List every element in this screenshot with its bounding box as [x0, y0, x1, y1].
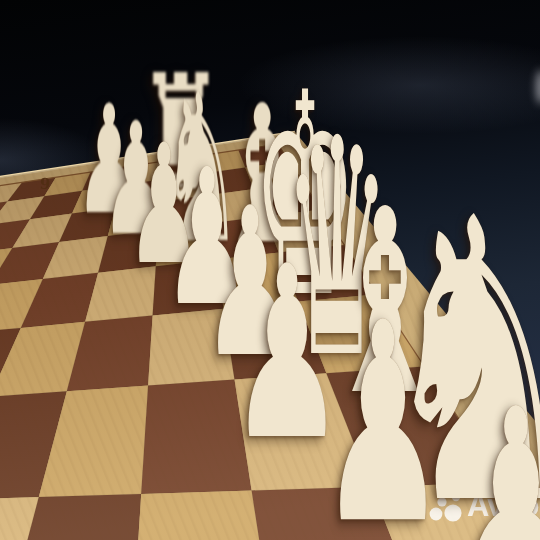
chess-set-photo: 64 ♜♞♟♟♝♟♚♟♛♟♝♟♞♟♟ Avito	[0, 0, 540, 540]
white-pawn: ♟	[319, 287, 447, 540]
white-pawn: ♟	[449, 374, 540, 540]
pieces-layer: ♜♞♟♟♝♟♚♟♛♟♝♟♞♟♟	[0, 0, 540, 540]
